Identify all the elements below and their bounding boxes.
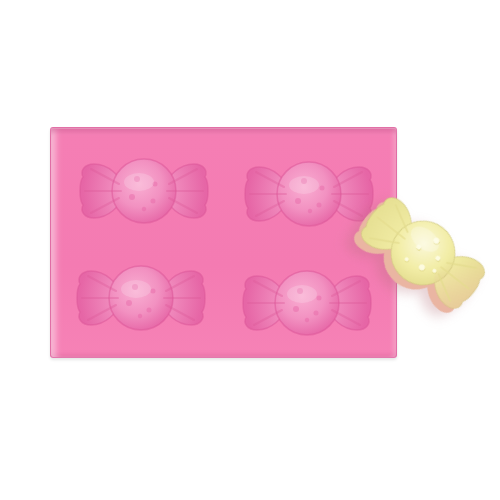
cavity-sheen [289,176,319,194]
candy-cavity-top-left [69,151,219,231]
cavity-sheen [121,280,151,298]
product-photo [0,0,500,500]
candy-cavity-bottom-left [66,258,216,338]
cavity-sheen [287,285,317,303]
candy-cavity-bottom-right [232,263,382,343]
cavity-sheen [124,173,154,191]
